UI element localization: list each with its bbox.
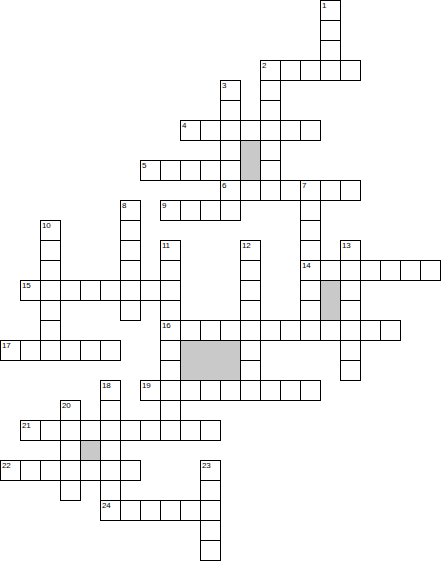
cell-c3-r23[interactable] xyxy=(60,460,81,481)
cell-c17-r15[interactable] xyxy=(340,300,361,321)
cell-c9-r25[interactable] xyxy=(180,500,201,521)
cell-c14-r3[interactable] xyxy=(280,60,301,81)
cell-c17-r16[interactable] xyxy=(340,320,361,341)
cell-c2-r13[interactable] xyxy=(40,260,61,281)
cell-c2-r14[interactable] xyxy=(40,280,61,301)
cell-c15-r6[interactable] xyxy=(300,120,321,141)
cell-c17-r12[interactable] xyxy=(340,240,361,261)
cell-c17-r14[interactable] xyxy=(340,280,361,301)
cell-c4-r17[interactable] xyxy=(80,340,101,361)
cell-c11-r7[interactable] xyxy=(220,140,241,161)
cell-c15-r14[interactable] xyxy=(300,280,321,301)
cell-c20-r13[interactable] xyxy=(400,260,421,281)
cell-c1-r21[interactable] xyxy=(20,420,41,441)
cell-c1-r17[interactable] xyxy=(20,340,41,361)
cell-c17-r18[interactable] xyxy=(340,360,361,381)
cell-c5-r25[interactable] xyxy=(100,500,121,521)
cell-c15-r12[interactable] xyxy=(300,240,321,261)
cell-c8-r18[interactable] xyxy=(160,360,181,381)
shaded-cell-block[interactable] xyxy=(240,140,261,181)
cell-c6-r14[interactable] xyxy=(120,280,141,301)
cell-c5-r24[interactable] xyxy=(100,480,121,501)
cell-c21-r13[interactable] xyxy=(420,260,441,281)
cell-c3-r20[interactable] xyxy=(60,400,81,421)
cell-c7-r25[interactable] xyxy=(140,500,161,521)
cell-c13-r7[interactable] xyxy=(260,140,281,161)
cell-c6-r13[interactable] xyxy=(120,260,141,281)
cell-c17-r3[interactable] xyxy=(340,60,361,81)
cell-c19-r13[interactable] xyxy=(380,260,401,281)
cell-c6-r21[interactable] xyxy=(120,420,141,441)
cell-c11-r5[interactable] xyxy=(220,100,241,121)
cell-c14-r6[interactable] xyxy=(280,120,301,141)
cell-c10-r26[interactable] xyxy=(200,520,221,541)
cell-c11-r10[interactable] xyxy=(220,200,241,221)
cell-c5-r21[interactable] xyxy=(100,420,121,441)
cell-c10-r24[interactable] xyxy=(200,480,221,501)
cell-c8-r10[interactable] xyxy=(160,200,181,221)
cell-c6-r25[interactable] xyxy=(120,500,141,521)
cell-c2-r23[interactable] xyxy=(40,460,61,481)
cell-c8-r16[interactable] xyxy=(160,320,181,341)
cell-c8-r17[interactable] xyxy=(160,340,181,361)
cell-c12-r16[interactable] xyxy=(240,320,261,341)
cell-c16-r1[interactable] xyxy=(320,20,341,41)
cell-c12-r15[interactable] xyxy=(240,300,261,321)
cell-c1-r23[interactable] xyxy=(20,460,41,481)
cell-c15-r19[interactable] xyxy=(300,380,321,401)
cell-c13-r4[interactable] xyxy=(260,80,281,101)
cell-c5-r14[interactable] xyxy=(100,280,121,301)
cell-c17-r13[interactable] xyxy=(340,260,361,281)
cell-c7-r8[interactable] xyxy=(140,160,161,181)
cell-c11-r19[interactable] xyxy=(220,380,241,401)
cell-c14-r19[interactable] xyxy=(280,380,301,401)
cell-c8-r25[interactable] xyxy=(160,500,181,521)
cell-c16-r16[interactable] xyxy=(320,320,341,341)
cell-c11-r9[interactable] xyxy=(220,180,241,201)
cell-c11-r16[interactable] xyxy=(220,320,241,341)
cell-c6-r12[interactable] xyxy=(120,240,141,261)
cell-c6-r10[interactable] xyxy=(120,200,141,221)
cell-c3-r22[interactable] xyxy=(60,440,81,461)
cell-c5-r17[interactable] xyxy=(100,340,121,361)
cell-c11-r4[interactable] xyxy=(220,80,241,101)
cell-c5-r20[interactable] xyxy=(100,400,121,421)
cell-c8-r8[interactable] xyxy=(160,160,181,181)
cell-c8-r15[interactable] xyxy=(160,300,181,321)
cell-c12-r9[interactable] xyxy=(240,180,261,201)
cell-c7-r21[interactable] xyxy=(140,420,161,441)
cell-c13-r5[interactable] xyxy=(260,100,281,121)
cell-c9-r8[interactable] xyxy=(180,160,201,181)
cell-c9-r21[interactable] xyxy=(180,420,201,441)
cell-c12-r17[interactable] xyxy=(240,340,261,361)
cell-c15-r13[interactable] xyxy=(300,260,321,281)
cell-c5-r22[interactable] xyxy=(100,440,121,461)
cell-c6-r15[interactable] xyxy=(120,300,141,321)
cell-c6-r23[interactable] xyxy=(120,460,141,481)
cell-c17-r17[interactable] xyxy=(340,340,361,361)
cell-c9-r19[interactable] xyxy=(180,380,201,401)
cell-c10-r23[interactable] xyxy=(200,460,221,481)
cell-c12-r12[interactable] xyxy=(240,240,261,261)
cell-c0-r23[interactable] xyxy=(0,460,21,481)
cell-c3-r14[interactable] xyxy=(60,280,81,301)
cell-c2-r15[interactable] xyxy=(40,300,61,321)
cell-c9-r10[interactable] xyxy=(180,200,201,221)
cell-c6-r11[interactable] xyxy=(120,220,141,241)
cell-c10-r16[interactable] xyxy=(200,320,221,341)
cell-c1-r14[interactable] xyxy=(20,280,41,301)
cell-c12-r13[interactable] xyxy=(240,260,261,281)
cell-c16-r0[interactable] xyxy=(320,0,341,21)
cell-c8-r13[interactable] xyxy=(160,260,181,281)
crossword-grid: 123456789101112131415161718192021222324 xyxy=(0,0,441,561)
cell-c3-r21[interactable] xyxy=(60,420,81,441)
cell-c18-r16[interactable] xyxy=(360,320,381,341)
cell-c13-r8[interactable] xyxy=(260,160,281,181)
cell-c10-r10[interactable] xyxy=(200,200,221,221)
cell-c10-r21[interactable] xyxy=(200,420,221,441)
cell-c2-r16[interactable] xyxy=(40,320,61,341)
cell-c8-r12[interactable] xyxy=(160,240,181,261)
cell-c9-r6[interactable] xyxy=(180,120,201,141)
cell-c4-r14[interactable] xyxy=(80,280,101,301)
cell-c10-r19[interactable] xyxy=(200,380,221,401)
cell-c12-r19[interactable] xyxy=(240,380,261,401)
cell-c3-r24[interactable] xyxy=(60,480,81,501)
cell-c10-r6[interactable] xyxy=(200,120,221,141)
cell-c15-r10[interactable] xyxy=(300,200,321,221)
cell-c12-r14[interactable] xyxy=(240,280,261,301)
cell-c13-r9[interactable] xyxy=(260,180,281,201)
cell-c13-r6[interactable] xyxy=(260,120,281,141)
cell-c2-r17[interactable] xyxy=(40,340,61,361)
cell-c5-r19[interactable] xyxy=(100,380,121,401)
cell-c19-r16[interactable] xyxy=(380,320,401,341)
cell-c4-r23[interactable] xyxy=(80,460,101,481)
cell-c12-r18[interactable] xyxy=(240,360,261,381)
cell-c9-r16[interactable] xyxy=(180,320,201,341)
shaded-cell-block[interactable] xyxy=(80,440,101,461)
cell-c16-r13[interactable] xyxy=(320,260,341,281)
shaded-cell-block[interactable] xyxy=(320,280,341,321)
cell-c11-r8[interactable] xyxy=(220,160,241,181)
cell-c16-r9[interactable] xyxy=(320,180,341,201)
cell-c10-r27[interactable] xyxy=(200,540,221,561)
cell-c13-r3[interactable] xyxy=(260,60,281,81)
cell-c2-r21[interactable] xyxy=(40,420,61,441)
cell-c15-r9[interactable] xyxy=(300,180,321,201)
cell-c4-r21[interactable] xyxy=(80,420,101,441)
cell-c17-r9[interactable] xyxy=(340,180,361,201)
cell-c10-r25[interactable] xyxy=(200,500,221,521)
cell-c8-r21[interactable] xyxy=(160,420,181,441)
cell-c10-r8[interactable] xyxy=(200,160,221,181)
cell-c2-r12[interactable] xyxy=(40,240,61,261)
cell-c15-r3[interactable] xyxy=(300,60,321,81)
shaded-cell-block[interactable] xyxy=(180,340,241,381)
cell-c0-r17[interactable] xyxy=(0,340,21,361)
cell-c7-r19[interactable] xyxy=(140,380,161,401)
cell-c2-r11[interactable] xyxy=(40,220,61,241)
cell-c16-r3[interactable] xyxy=(320,60,341,81)
cell-c14-r16[interactable] xyxy=(280,320,301,341)
cell-c5-r23[interactable] xyxy=(100,460,121,481)
cell-c15-r15[interactable] xyxy=(300,300,321,321)
cell-c12-r6[interactable] xyxy=(240,120,261,141)
cell-c7-r14[interactable] xyxy=(140,280,161,301)
cell-c13-r16[interactable] xyxy=(260,320,281,341)
cell-c14-r9[interactable] xyxy=(280,180,301,201)
cell-c15-r11[interactable] xyxy=(300,220,321,241)
cell-c8-r14[interactable] xyxy=(160,280,181,301)
cell-c8-r19[interactable] xyxy=(160,380,181,401)
cell-c11-r6[interactable] xyxy=(220,120,241,141)
cell-c3-r17[interactable] xyxy=(60,340,81,361)
cell-c16-r2[interactable] xyxy=(320,40,341,61)
cell-c15-r16[interactable] xyxy=(300,320,321,341)
cell-c18-r13[interactable] xyxy=(360,260,381,281)
cell-c13-r19[interactable] xyxy=(260,380,281,401)
cell-c8-r20[interactable] xyxy=(160,400,181,421)
